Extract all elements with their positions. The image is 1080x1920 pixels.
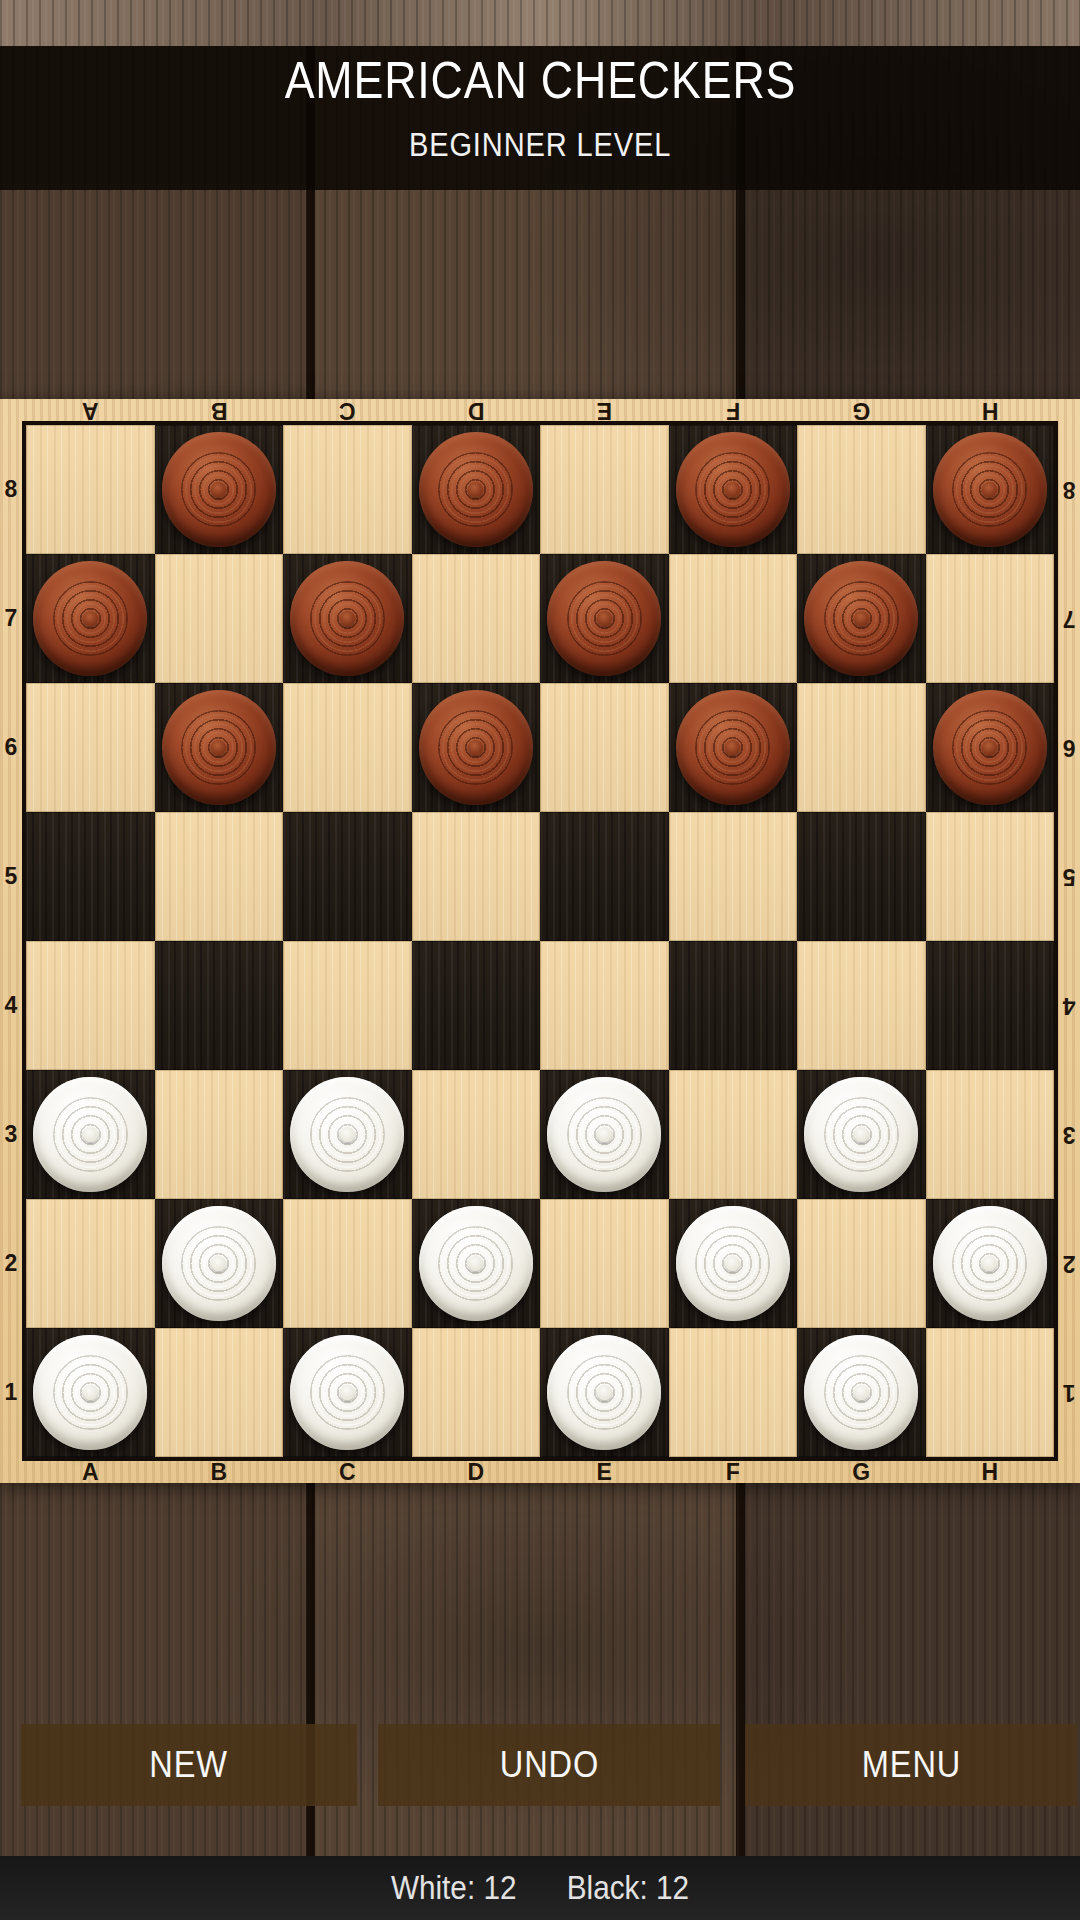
red-piece-A7[interactable] [33,561,147,676]
rank-label-right-8: 8 [1058,425,1080,554]
file-label-bottom-C: C [283,1461,412,1484]
square-D4[interactable] [412,941,541,1070]
square-D8[interactable] [412,425,541,554]
square-F6[interactable] [669,683,798,812]
files-top: ABCDEFGH [26,399,1054,421]
square-E7[interactable] [540,554,669,683]
red-piece-B8[interactable] [162,432,276,547]
square-H6[interactable] [926,683,1055,812]
ranks-left: 87654321 [0,425,22,1457]
square-G2[interactable] [797,1199,926,1328]
square-B4[interactable] [155,941,284,1070]
piece-rings [438,1226,513,1302]
square-E5[interactable] [540,812,669,941]
piece-rings [438,710,513,786]
file-label-bottom-D: D [412,1461,541,1484]
piece-rings [824,581,899,657]
square-F3[interactable] [669,1070,798,1199]
checkers-board: ABCDEFGH 87654321 87654321 ABCDEFGH [0,399,1080,1483]
square-D3[interactable] [412,1070,541,1199]
square-A3[interactable] [26,1070,155,1199]
rank-label-right-5: 5 [1058,812,1080,941]
file-label-bottom-B: B [155,1461,284,1484]
square-B1[interactable] [155,1328,284,1457]
square-H8[interactable] [926,425,1055,554]
square-C2[interactable] [283,1199,412,1328]
square-A4[interactable] [26,941,155,1070]
white-piece-A3[interactable] [33,1077,147,1192]
square-D2[interactable] [412,1199,541,1328]
white-piece-A1[interactable] [33,1335,147,1450]
ranks-right: 87654321 [1058,425,1080,1457]
square-E1[interactable] [540,1328,669,1457]
square-E3[interactable] [540,1070,669,1199]
white-piece-E1[interactable] [547,1335,661,1450]
square-F7[interactable] [669,554,798,683]
square-C1[interactable] [283,1328,412,1457]
file-label-top-D: D [412,399,541,422]
white-piece-F2[interactable] [676,1206,790,1321]
piece-rings [952,710,1027,786]
file-label-bottom-F: F [669,1461,798,1484]
white-piece-G1[interactable] [804,1335,918,1450]
piece-rings [53,1355,128,1431]
white-piece-C1[interactable] [290,1335,404,1450]
rank-label-right-2: 2 [1058,1199,1080,1328]
level-subtitle: BEGINNER LEVEL [409,128,671,161]
file-label-bottom-E: E [540,1461,669,1484]
board-squares [22,421,1058,1461]
wood-top-strip [0,0,1080,46]
file-label-bottom-A: A [26,1461,155,1484]
square-H7[interactable] [926,554,1055,683]
square-G4[interactable] [797,941,926,1070]
square-D7[interactable] [412,554,541,683]
rank-label-left-1: 1 [0,1328,22,1457]
square-H4[interactable] [926,941,1055,1070]
rank-label-right-7: 7 [1058,554,1080,683]
square-D1[interactable] [412,1328,541,1457]
square-B6[interactable] [155,683,284,812]
square-E2[interactable] [540,1199,669,1328]
square-F1[interactable] [669,1328,798,1457]
rank-label-right-3: 3 [1058,1070,1080,1199]
square-A5[interactable] [26,812,155,941]
square-B8[interactable] [155,425,284,554]
square-E6[interactable] [540,683,669,812]
square-G7[interactable] [797,554,926,683]
square-C7[interactable] [283,554,412,683]
red-piece-D8[interactable] [419,432,533,547]
piece-rings [567,581,642,657]
square-C4[interactable] [283,941,412,1070]
square-H2[interactable] [926,1199,1055,1328]
square-E4[interactable] [540,941,669,1070]
white-piece-E3[interactable] [547,1077,661,1192]
file-label-bottom-H: H [926,1461,1055,1484]
piece-rings [53,581,128,657]
piece-rings [952,1226,1027,1302]
white-piece-G3[interactable] [804,1077,918,1192]
file-label-top-B: B [155,399,284,422]
square-F8[interactable] [669,425,798,554]
piece-rings [310,581,385,657]
square-D6[interactable] [412,683,541,812]
rank-label-left-5: 5 [0,812,22,941]
square-C5[interactable] [283,812,412,941]
piece-rings [53,1097,128,1173]
piece-rings [695,710,770,786]
red-piece-F6[interactable] [676,690,790,805]
square-F4[interactable] [669,941,798,1070]
square-C8[interactable] [283,425,412,554]
red-piece-G7[interactable] [804,561,918,676]
white-count-text: White: 12 [391,1869,516,1907]
red-piece-F8[interactable] [676,432,790,547]
square-B2[interactable] [155,1199,284,1328]
square-G8[interactable] [797,425,926,554]
square-H5[interactable] [926,812,1055,941]
red-piece-D6[interactable] [419,690,533,805]
square-G5[interactable] [797,812,926,941]
piece-rings [695,1226,770,1302]
square-B7[interactable] [155,554,284,683]
square-A6[interactable] [26,683,155,812]
rank-label-right-4: 4 [1058,941,1080,1070]
status-bar: White: 12 Black: 12 [0,1856,1080,1920]
square-B3[interactable] [155,1070,284,1199]
menu-button[interactable]: MENU [745,1724,1077,1806]
rank-label-left-4: 4 [0,941,22,1070]
square-H1[interactable] [926,1328,1055,1457]
rank-label-left-2: 2 [0,1199,22,1328]
undo-button[interactable]: UNDO [378,1724,720,1806]
red-piece-H6[interactable] [933,690,1047,805]
piece-rings [824,1355,899,1431]
square-A2[interactable] [26,1199,155,1328]
file-label-top-G: G [797,399,926,422]
red-piece-C7[interactable] [290,561,404,676]
square-A8[interactable] [26,425,155,554]
square-A1[interactable] [26,1328,155,1457]
file-label-top-A: A [26,399,155,422]
square-G6[interactable] [797,683,926,812]
file-label-top-C: C [283,399,412,422]
piece-rings [695,452,770,528]
header-band: AMERICAN CHECKERS BEGINNER LEVEL [0,46,1080,190]
app-screen: AMERICAN CHECKERS BEGINNER LEVEL ABCDEFG… [0,0,1080,1920]
piece-rings [181,1226,256,1302]
square-G1[interactable] [797,1328,926,1457]
square-B5[interactable] [155,812,284,941]
piece-rings [438,452,513,528]
piece-rings [567,1355,642,1431]
square-A7[interactable] [26,554,155,683]
square-C3[interactable] [283,1070,412,1199]
piece-rings [181,710,256,786]
piece-rings [310,1355,385,1431]
rank-label-right-6: 6 [1058,683,1080,812]
white-piece-D2[interactable] [419,1206,533,1321]
square-H3[interactable] [926,1070,1055,1199]
black-count-text: Black: 12 [567,1869,689,1907]
piece-rings [952,452,1027,528]
app-title: AMERICAN CHECKERS [284,54,796,106]
white-piece-B2[interactable] [162,1206,276,1321]
new-button-label: NEW [150,1744,229,1786]
square-F2[interactable] [669,1199,798,1328]
rank-label-right-1: 1 [1058,1328,1080,1457]
white-piece-C3[interactable] [290,1077,404,1192]
square-D5[interactable] [412,812,541,941]
rank-label-left-8: 8 [0,425,22,554]
piece-rings [567,1097,642,1173]
red-piece-E7[interactable] [547,561,661,676]
white-piece-H2[interactable] [933,1206,1047,1321]
square-G3[interactable] [797,1070,926,1199]
undo-button-label: UNDO [499,1744,598,1786]
rank-label-left-3: 3 [0,1070,22,1199]
rank-label-left-6: 6 [0,683,22,812]
square-C6[interactable] [283,683,412,812]
file-label-bottom-G: G [797,1461,926,1484]
piece-rings [310,1097,385,1173]
menu-button-label: MENU [861,1744,960,1786]
rank-label-left-7: 7 [0,554,22,683]
red-piece-B6[interactable] [162,690,276,805]
file-label-top-F: F [669,399,798,422]
square-F5[interactable] [669,812,798,941]
files-bottom: ABCDEFGH [26,1461,1054,1483]
red-piece-H8[interactable] [933,432,1047,547]
piece-rings [181,452,256,528]
piece-rings [824,1097,899,1173]
file-label-top-E: E [540,399,669,422]
new-button[interactable]: NEW [21,1724,357,1806]
file-label-top-H: H [926,399,1055,422]
square-E8[interactable] [540,425,669,554]
